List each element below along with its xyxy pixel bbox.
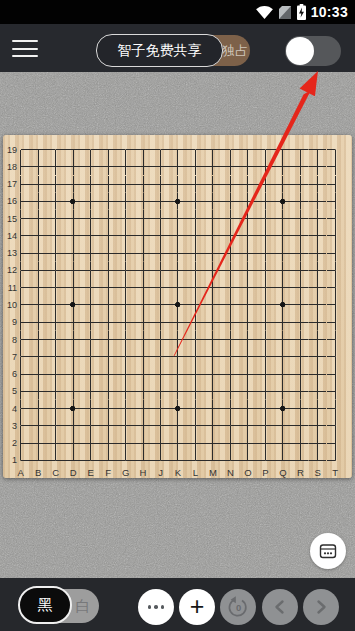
board-intersection-A18[interactable]: [12, 158, 29, 175]
board-intersection-P13[interactable]: [257, 245, 274, 262]
board-intersection-H2[interactable]: [134, 434, 151, 451]
board-intersection-L19[interactable]: [187, 141, 204, 158]
board-intersection-P15[interactable]: [257, 210, 274, 227]
board-intersection-T13[interactable]: [327, 245, 344, 262]
board-intersection-H6[interactable]: [134, 365, 151, 382]
board-intersection-L5[interactable]: [187, 383, 204, 400]
board-intersection-F11[interactable]: [99, 279, 116, 296]
board-intersection-D15[interactable]: [64, 210, 81, 227]
undo-button[interactable]: 0: [220, 589, 256, 625]
board-intersection-L13[interactable]: [187, 245, 204, 262]
board-intersection-A10[interactable]: [12, 296, 29, 313]
board-intersection-K15[interactable]: [169, 210, 186, 227]
board-intersection-A19[interactable]: [12, 141, 29, 158]
board-intersection-L2[interactable]: [187, 434, 204, 451]
board-intersection-H14[interactable]: [134, 227, 151, 244]
board-intersection-O5[interactable]: [239, 383, 256, 400]
board-intersection-C11[interactable]: [47, 279, 64, 296]
board-intersection-N14[interactable]: [222, 227, 239, 244]
board-intersection-G7[interactable]: [117, 348, 134, 365]
board-intersection-K17[interactable]: [169, 176, 186, 193]
board-intersection-H10[interactable]: [134, 296, 151, 313]
board-intersection-S6[interactable]: [309, 365, 326, 382]
board-intersection-S16[interactable]: [309, 193, 326, 210]
board-intersection-S12[interactable]: [309, 262, 326, 279]
board-intersection-G9[interactable]: [117, 314, 134, 331]
board-intersection-B15[interactable]: [29, 210, 46, 227]
board-intersection-C9[interactable]: [47, 314, 64, 331]
board-intersection-N12[interactable]: [222, 262, 239, 279]
board-intersection-J14[interactable]: [152, 227, 169, 244]
board-intersection-C2[interactable]: [47, 434, 64, 451]
board-intersection-N19[interactable]: [222, 141, 239, 158]
board-intersection-S5[interactable]: [309, 383, 326, 400]
board-intersection-H13[interactable]: [134, 245, 151, 262]
board-intersection-A3[interactable]: [12, 417, 29, 434]
board-intersection-G6[interactable]: [117, 365, 134, 382]
board-intersection-N6[interactable]: [222, 365, 239, 382]
board-intersection-O13[interactable]: [239, 245, 256, 262]
board-intersection-K4[interactable]: [169, 400, 186, 417]
board-intersection-F2[interactable]: [99, 434, 116, 451]
board-intersection-T8[interactable]: [327, 331, 344, 348]
board-intersection-K14[interactable]: [169, 227, 186, 244]
board-intersection-R18[interactable]: [292, 158, 309, 175]
board-intersection-R5[interactable]: [292, 383, 309, 400]
board-intersection-R15[interactable]: [292, 210, 309, 227]
board-intersection-O15[interactable]: [239, 210, 256, 227]
board-intersection-P10[interactable]: [257, 296, 274, 313]
board-intersection-J9[interactable]: [152, 314, 169, 331]
board-intersection-A14[interactable]: [12, 227, 29, 244]
board-intersection-L14[interactable]: [187, 227, 204, 244]
board-intersection-K13[interactable]: [169, 245, 186, 262]
board-intersection-R4[interactable]: [292, 400, 309, 417]
board-intersection-C13[interactable]: [47, 245, 64, 262]
board-intersection-K3[interactable]: [169, 417, 186, 434]
board-intersection-G15[interactable]: [117, 210, 134, 227]
board-intersection-G19[interactable]: [117, 141, 134, 158]
board-intersection-H11[interactable]: [134, 279, 151, 296]
board-intersection-O11[interactable]: [239, 279, 256, 296]
board-intersection-L15[interactable]: [187, 210, 204, 227]
board-intersection-T3[interactable]: [327, 417, 344, 434]
board-intersection-F5[interactable]: [99, 383, 116, 400]
board-intersection-M12[interactable]: [204, 262, 221, 279]
more-options-button[interactable]: [138, 589, 174, 625]
board-intersection-G12[interactable]: [117, 262, 134, 279]
board-intersection-S11[interactable]: [309, 279, 326, 296]
board-intersection-D16[interactable]: [64, 193, 81, 210]
board-intersection-C15[interactable]: [47, 210, 64, 227]
board-intersection-E17[interactable]: [82, 176, 99, 193]
board-intersection-M13[interactable]: [204, 245, 221, 262]
board-intersection-O3[interactable]: [239, 417, 256, 434]
tab-exclusive[interactable]: 独占: [220, 35, 250, 66]
board-intersection-C5[interactable]: [47, 383, 64, 400]
board-intersection-O16[interactable]: [239, 193, 256, 210]
board-intersection-N15[interactable]: [222, 210, 239, 227]
board-intersection-F3[interactable]: [99, 417, 116, 434]
board-intersection-T11[interactable]: [327, 279, 344, 296]
board-intersection-M2[interactable]: [204, 434, 221, 451]
board-intersection-B17[interactable]: [29, 176, 46, 193]
board-intersection-M18[interactable]: [204, 158, 221, 175]
board-intersection-N8[interactable]: [222, 331, 239, 348]
board-intersection-L11[interactable]: [187, 279, 204, 296]
board-intersection-F14[interactable]: [99, 227, 116, 244]
board-intersection-P4[interactable]: [257, 400, 274, 417]
board-intersection-D3[interactable]: [64, 417, 81, 434]
board-intersection-J3[interactable]: [152, 417, 169, 434]
board-intersection-T10[interactable]: [327, 296, 344, 313]
board-intersection-G3[interactable]: [117, 417, 134, 434]
board-intersection-P16[interactable]: [257, 193, 274, 210]
board-intersection-O7[interactable]: [239, 348, 256, 365]
board-intersection-Q11[interactable]: [274, 279, 291, 296]
board-intersection-H18[interactable]: [134, 158, 151, 175]
board-intersection-L18[interactable]: [187, 158, 204, 175]
board-intersection-N11[interactable]: [222, 279, 239, 296]
board-intersection-A16[interactable]: [12, 193, 29, 210]
board-intersection-M9[interactable]: [204, 314, 221, 331]
board-intersection-A9[interactable]: [12, 314, 29, 331]
board-intersection-J16[interactable]: [152, 193, 169, 210]
board-intersection-Q12[interactable]: [274, 262, 291, 279]
board-intersection-B18[interactable]: [29, 158, 46, 175]
board-intersection-D19[interactable]: [64, 141, 81, 158]
board-intersection-G14[interactable]: [117, 227, 134, 244]
hamburger-menu-icon[interactable]: [12, 40, 38, 57]
board-intersection-O18[interactable]: [239, 158, 256, 175]
board-intersection-H16[interactable]: [134, 193, 151, 210]
board-intersection-G4[interactable]: [117, 400, 134, 417]
board-intersection-N4[interactable]: [222, 400, 239, 417]
board-intersection-T7[interactable]: [327, 348, 344, 365]
board-intersection-F6[interactable]: [99, 365, 116, 382]
board-intersection-N13[interactable]: [222, 245, 239, 262]
board-intersection-T17[interactable]: [327, 176, 344, 193]
board-intersection-T12[interactable]: [327, 262, 344, 279]
move-panel-button[interactable]: [310, 533, 346, 569]
board-intersection-D11[interactable]: [64, 279, 81, 296]
board-intersection-K11[interactable]: [169, 279, 186, 296]
board-intersection-M3[interactable]: [204, 417, 221, 434]
board-intersection-P2[interactable]: [257, 434, 274, 451]
board-intersection-M4[interactable]: [204, 400, 221, 417]
board-intersection-K16[interactable]: [169, 193, 186, 210]
board-intersection-T19[interactable]: [327, 141, 344, 158]
board-intersection-S19[interactable]: [309, 141, 326, 158]
mode-segmented-control[interactable]: 智子免费共享 独占: [97, 35, 250, 66]
board-intersection-T9[interactable]: [327, 314, 344, 331]
board-intersection-Q5[interactable]: [274, 383, 291, 400]
stone-color-toggle[interactable]: 白 黑: [20, 589, 99, 623]
board-intersection-J7[interactable]: [152, 348, 169, 365]
board-intersection-G2[interactable]: [117, 434, 134, 451]
tab-free-share[interactable]: 智子免费共享: [96, 34, 223, 67]
board-intersection-T15[interactable]: [327, 210, 344, 227]
board-intersection-G10[interactable]: [117, 296, 134, 313]
board-intersection-N16[interactable]: [222, 193, 239, 210]
board-intersection-A4[interactable]: [12, 400, 29, 417]
board-intersection-M15[interactable]: [204, 210, 221, 227]
board-intersection-M6[interactable]: [204, 365, 221, 382]
board-intersection-C10[interactable]: [47, 296, 64, 313]
board-intersection-S17[interactable]: [309, 176, 326, 193]
board-intersection-M8[interactable]: [204, 331, 221, 348]
board-intersection-E6[interactable]: [82, 365, 99, 382]
board-intersection-K18[interactable]: [169, 158, 186, 175]
board-intersection-R14[interactable]: [292, 227, 309, 244]
board-intersection-R16[interactable]: [292, 193, 309, 210]
board-intersection-K8[interactable]: [169, 331, 186, 348]
board-intersection-N5[interactable]: [222, 383, 239, 400]
board-intersection-Q7[interactable]: [274, 348, 291, 365]
board-intersection-N2[interactable]: [222, 434, 239, 451]
board-intersection-B13[interactable]: [29, 245, 46, 262]
board-intersection-Q3[interactable]: [274, 417, 291, 434]
board-intersection-Q16[interactable]: [274, 193, 291, 210]
board-intersection-H4[interactable]: [134, 400, 151, 417]
board-intersection-M16[interactable]: [204, 193, 221, 210]
board-intersection-G18[interactable]: [117, 158, 134, 175]
board-intersection-B9[interactable]: [29, 314, 46, 331]
board-intersection-B10[interactable]: [29, 296, 46, 313]
board-intersection-J19[interactable]: [152, 141, 169, 158]
board-intersection-F17[interactable]: [99, 176, 116, 193]
board-intersection-E12[interactable]: [82, 262, 99, 279]
board-intersection-E14[interactable]: [82, 227, 99, 244]
board-intersection-Q13[interactable]: [274, 245, 291, 262]
board-intersection-T16[interactable]: [327, 193, 344, 210]
board-intersection-Q17[interactable]: [274, 176, 291, 193]
board-intersection-Q4[interactable]: [274, 400, 291, 417]
board-intersection-L4[interactable]: [187, 400, 204, 417]
board-intersection-J18[interactable]: [152, 158, 169, 175]
add-move-button[interactable]: +: [179, 589, 215, 625]
board-intersection-E3[interactable]: [82, 417, 99, 434]
board-intersection-B16[interactable]: [29, 193, 46, 210]
board-intersection-C3[interactable]: [47, 417, 64, 434]
board-intersection-L6[interactable]: [187, 365, 204, 382]
board-intersection-D8[interactable]: [64, 331, 81, 348]
board-intersection-F8[interactable]: [99, 331, 116, 348]
board-intersection-S9[interactable]: [309, 314, 326, 331]
board-intersection-P3[interactable]: [257, 417, 274, 434]
board-intersection-M19[interactable]: [204, 141, 221, 158]
board-intersection-P11[interactable]: [257, 279, 274, 296]
board-intersection-B11[interactable]: [29, 279, 46, 296]
board-intersection-E7[interactable]: [82, 348, 99, 365]
board-intersection-H17[interactable]: [134, 176, 151, 193]
board-intersection-D2[interactable]: [64, 434, 81, 451]
board-intersection-Q15[interactable]: [274, 210, 291, 227]
board-intersection-R19[interactable]: [292, 141, 309, 158]
board-intersection-J5[interactable]: [152, 383, 169, 400]
board-intersection-B5[interactable]: [29, 383, 46, 400]
board-intersection-D4[interactable]: [64, 400, 81, 417]
color-option-white[interactable]: 白: [70, 589, 96, 623]
board-intersection-C8[interactable]: [47, 331, 64, 348]
board-intersection-P14[interactable]: [257, 227, 274, 244]
board-intersection-H8[interactable]: [134, 331, 151, 348]
board-intersection-F15[interactable]: [99, 210, 116, 227]
board-intersection-R12[interactable]: [292, 262, 309, 279]
board-intersection-J13[interactable]: [152, 245, 169, 262]
board-intersection-D10[interactable]: [64, 296, 81, 313]
board-intersection-S7[interactable]: [309, 348, 326, 365]
board-intersection-T18[interactable]: [327, 158, 344, 175]
board-intersection-S15[interactable]: [309, 210, 326, 227]
board-intersection-R11[interactable]: [292, 279, 309, 296]
board-intersection-J6[interactable]: [152, 365, 169, 382]
board-intersection-D13[interactable]: [64, 245, 81, 262]
board-intersection-C12[interactable]: [47, 262, 64, 279]
board-intersection-Q2[interactable]: [274, 434, 291, 451]
board-intersection-J4[interactable]: [152, 400, 169, 417]
board-intersection-G5[interactable]: [117, 383, 134, 400]
board-intersection-S18[interactable]: [309, 158, 326, 175]
board-intersection-T6[interactable]: [327, 365, 344, 382]
board-intersection-R3[interactable]: [292, 417, 309, 434]
board-intersection-K5[interactable]: [169, 383, 186, 400]
board-intersection-K12[interactable]: [169, 262, 186, 279]
board-intersection-G11[interactable]: [117, 279, 134, 296]
board-intersection-N17[interactable]: [222, 176, 239, 193]
board-intersection-T14[interactable]: [327, 227, 344, 244]
board-intersection-O14[interactable]: [239, 227, 256, 244]
board-intersection-D6[interactable]: [64, 365, 81, 382]
board-intersection-T5[interactable]: [327, 383, 344, 400]
board-intersection-L7[interactable]: [187, 348, 204, 365]
board-intersection-P7[interactable]: [257, 348, 274, 365]
board-intersection-R13[interactable]: [292, 245, 309, 262]
board-intersection-E2[interactable]: [82, 434, 99, 451]
board-intersection-A11[interactable]: [12, 279, 29, 296]
board-intersection-F4[interactable]: [99, 400, 116, 417]
board-intersection-E10[interactable]: [82, 296, 99, 313]
board-intersection-O17[interactable]: [239, 176, 256, 193]
go-board[interactable]: 19181716151413121110987654321 ABCDEFGHJK…: [3, 135, 352, 478]
board-intersection-D17[interactable]: [64, 176, 81, 193]
board-intersection-S8[interactable]: [309, 331, 326, 348]
board-intersection-E9[interactable]: [82, 314, 99, 331]
board-intersection-R9[interactable]: [292, 314, 309, 331]
board-intersection-L16[interactable]: [187, 193, 204, 210]
board-intersection-O6[interactable]: [239, 365, 256, 382]
board-intersection-E8[interactable]: [82, 331, 99, 348]
board-intersection-R6[interactable]: [292, 365, 309, 382]
board-intersection-P18[interactable]: [257, 158, 274, 175]
board-intersection-Q18[interactable]: [274, 158, 291, 175]
board-intersection-F16[interactable]: [99, 193, 116, 210]
board-intersection-O8[interactable]: [239, 331, 256, 348]
board-intersection-M11[interactable]: [204, 279, 221, 296]
board-intersection-H5[interactable]: [134, 383, 151, 400]
board-intersection-E18[interactable]: [82, 158, 99, 175]
board-intersection-J2[interactable]: [152, 434, 169, 451]
board-intersection-S10[interactable]: [309, 296, 326, 313]
board-intersection-M14[interactable]: [204, 227, 221, 244]
board-intersection-P8[interactable]: [257, 331, 274, 348]
board-intersection-N9[interactable]: [222, 314, 239, 331]
board-intersection-H19[interactable]: [134, 141, 151, 158]
board-intersection-E16[interactable]: [82, 193, 99, 210]
board-intersection-E5[interactable]: [82, 383, 99, 400]
board-intersection-A2[interactable]: [12, 434, 29, 451]
board-intersection-K9[interactable]: [169, 314, 186, 331]
board-intersection-N3[interactable]: [222, 417, 239, 434]
board-intersection-R8[interactable]: [292, 331, 309, 348]
board-intersection-P19[interactable]: [257, 141, 274, 158]
color-option-black[interactable]: 黑: [18, 586, 72, 624]
board-intersection-L3[interactable]: [187, 417, 204, 434]
board-intersection-N10[interactable]: [222, 296, 239, 313]
board-intersection-A6[interactable]: [12, 365, 29, 382]
board-intersection-D18[interactable]: [64, 158, 81, 175]
board-intersection-B8[interactable]: [29, 331, 46, 348]
board-intersection-F12[interactable]: [99, 262, 116, 279]
board-intersection-J10[interactable]: [152, 296, 169, 313]
board-intersection-J11[interactable]: [152, 279, 169, 296]
board-intersection-M17[interactable]: [204, 176, 221, 193]
board-intersection-Q8[interactable]: [274, 331, 291, 348]
next-move-button[interactable]: [303, 589, 339, 625]
board-intersection-A7[interactable]: [12, 348, 29, 365]
board-intersection-O19[interactable]: [239, 141, 256, 158]
board-intersection-R7[interactable]: [292, 348, 309, 365]
board-intersection-L12[interactable]: [187, 262, 204, 279]
board-intersection-A13[interactable]: [12, 245, 29, 262]
board-intersection-C16[interactable]: [47, 193, 64, 210]
board-intersection-C19[interactable]: [47, 141, 64, 158]
board-intersection-J8[interactable]: [152, 331, 169, 348]
board-intersection-A5[interactable]: [12, 383, 29, 400]
board-intersection-R2[interactable]: [292, 434, 309, 451]
board-intersection-O10[interactable]: [239, 296, 256, 313]
board-intersection-B14[interactable]: [29, 227, 46, 244]
board-intersection-P12[interactable]: [257, 262, 274, 279]
board-intersection-G13[interactable]: [117, 245, 134, 262]
board-intersection-R17[interactable]: [292, 176, 309, 193]
board-intersection-F10[interactable]: [99, 296, 116, 313]
board-intersection-B2[interactable]: [29, 434, 46, 451]
board-intersection-C7[interactable]: [47, 348, 64, 365]
board-intersection-F18[interactable]: [99, 158, 116, 175]
board-intersection-F13[interactable]: [99, 245, 116, 262]
board-intersection-P9[interactable]: [257, 314, 274, 331]
board-intersection-B19[interactable]: [29, 141, 46, 158]
board-intersection-S14[interactable]: [309, 227, 326, 244]
board-intersection-Q6[interactable]: [274, 365, 291, 382]
board-intersection-D5[interactable]: [64, 383, 81, 400]
board-intersection-L9[interactable]: [187, 314, 204, 331]
board-intersection-P6[interactable]: [257, 365, 274, 382]
board-intersection-O2[interactable]: [239, 434, 256, 451]
board-intersection-H3[interactable]: [134, 417, 151, 434]
board-intersection-D14[interactable]: [64, 227, 81, 244]
board-intersection-C6[interactable]: [47, 365, 64, 382]
board-intersection-E11[interactable]: [82, 279, 99, 296]
board-intersection-J12[interactable]: [152, 262, 169, 279]
board-intersection-A15[interactable]: [12, 210, 29, 227]
board-intersection-K2[interactable]: [169, 434, 186, 451]
board-intersection-L17[interactable]: [187, 176, 204, 193]
board-intersection-E13[interactable]: [82, 245, 99, 262]
board-intersection-K6[interactable]: [169, 365, 186, 382]
board-intersection-A12[interactable]: [12, 262, 29, 279]
